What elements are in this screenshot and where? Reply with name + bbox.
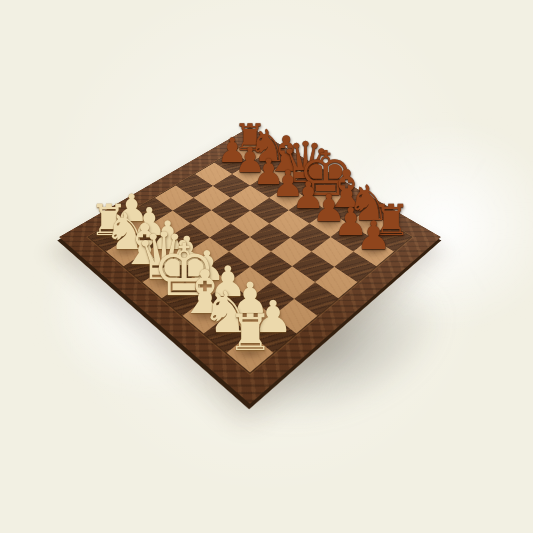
product-photo-stage: ♜♞♝♛♚♝♞♜♟♟♟♟♟♟♟♟♟♟♟♟♟♟♟♟♜♞♝♛♚♝♞♜	[0, 0, 533, 533]
piece-black-pawn-h7[interactable]: ♟	[356, 217, 391, 256]
board-perspective-wrapper	[0, 0, 533, 533]
piece-white-rook-h1[interactable]: ♜	[227, 308, 272, 358]
